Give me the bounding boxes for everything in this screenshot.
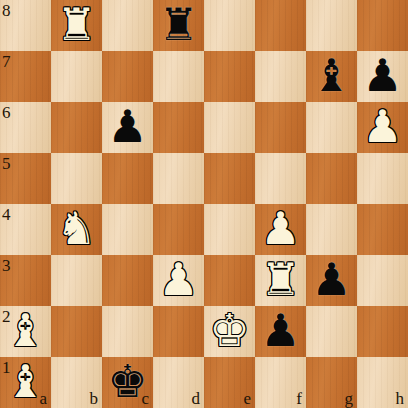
square-a4[interactable]: 4 [0,204,51,255]
file-label-e: e [243,390,251,407]
square-f3[interactable]: ♜ [255,255,306,306]
square-b4[interactable]: ♞ [51,204,102,255]
file-label-g: g [345,390,354,407]
square-f8[interactable] [255,0,306,51]
piece-black-pawn[interactable]: ♟ [306,254,357,305]
square-h4[interactable] [357,204,408,255]
square-f2[interactable]: ♟ [255,306,306,357]
square-d1[interactable]: d [153,357,204,408]
file-label-b: b [90,390,99,407]
square-g3[interactable]: ♟ [306,255,357,306]
square-b3[interactable] [51,255,102,306]
square-c1[interactable]: c♚ [102,357,153,408]
square-g1[interactable]: g [306,357,357,408]
piece-white-bishop[interactable]: ♝ [0,305,51,356]
square-f6[interactable] [255,102,306,153]
file-label-f: f [296,390,302,407]
piece-black-bishop[interactable]: ♝ [306,50,357,101]
square-h3[interactable] [357,255,408,306]
chess-board: 8♜♜7♝♟6♟♟54♞♟3♟♜♟2♝♚♟1a♝bc♚defgh [0,0,408,408]
piece-black-pawn[interactable]: ♟ [102,101,153,152]
rank-label-4: 4 [2,206,11,223]
piece-white-knight[interactable]: ♞ [51,203,102,254]
piece-white-pawn[interactable]: ♟ [255,203,306,254]
piece-black-king[interactable]: ♚ [102,356,153,407]
rank-label-7: 7 [2,53,11,70]
chess-diagram: 8♜♜7♝♟6♟♟54♞♟3♟♜♟2♝♚♟1a♝bc♚defgh [0,0,408,408]
square-b8[interactable]: ♜ [51,0,102,51]
square-g6[interactable] [306,102,357,153]
square-b2[interactable] [51,306,102,357]
square-g2[interactable] [306,306,357,357]
square-c2[interactable] [102,306,153,357]
square-c4[interactable] [102,204,153,255]
square-b7[interactable] [51,51,102,102]
piece-white-rook[interactable]: ♜ [51,0,102,50]
piece-white-pawn[interactable]: ♟ [357,101,408,152]
piece-black-rook[interactable]: ♜ [153,0,204,50]
square-f4[interactable]: ♟ [255,204,306,255]
file-label-d: d [192,390,201,407]
piece-white-rook[interactable]: ♜ [255,254,306,305]
piece-black-pawn[interactable]: ♟ [357,50,408,101]
square-f7[interactable] [255,51,306,102]
file-label-h: h [396,390,405,407]
square-d4[interactable] [153,204,204,255]
square-d5[interactable] [153,153,204,204]
square-a3[interactable]: 3 [0,255,51,306]
piece-black-pawn[interactable]: ♟ [255,305,306,356]
square-g7[interactable]: ♝ [306,51,357,102]
square-e6[interactable] [204,102,255,153]
square-c6[interactable]: ♟ [102,102,153,153]
square-g4[interactable] [306,204,357,255]
square-e7[interactable] [204,51,255,102]
square-h7[interactable]: ♟ [357,51,408,102]
square-h5[interactable] [357,153,408,204]
square-d3[interactable]: ♟ [153,255,204,306]
square-g5[interactable] [306,153,357,204]
square-a5[interactable]: 5 [0,153,51,204]
square-d7[interactable] [153,51,204,102]
piece-white-bishop[interactable]: ♝ [0,356,51,407]
piece-white-pawn[interactable]: ♟ [153,254,204,305]
square-b1[interactable]: b [51,357,102,408]
square-e3[interactable] [204,255,255,306]
square-a6[interactable]: 6 [0,102,51,153]
square-b6[interactable] [51,102,102,153]
square-e2[interactable]: ♚ [204,306,255,357]
square-c7[interactable] [102,51,153,102]
square-c8[interactable] [102,0,153,51]
square-e5[interactable] [204,153,255,204]
square-a8[interactable]: 8 [0,0,51,51]
square-e4[interactable] [204,204,255,255]
square-d6[interactable] [153,102,204,153]
square-a7[interactable]: 7 [0,51,51,102]
square-a1[interactable]: 1a♝ [0,357,51,408]
rank-label-5: 5 [2,155,11,172]
square-d8[interactable]: ♜ [153,0,204,51]
square-b5[interactable] [51,153,102,204]
rank-label-3: 3 [2,257,11,274]
square-f1[interactable]: f [255,357,306,408]
square-d2[interactable] [153,306,204,357]
square-h2[interactable] [357,306,408,357]
square-c3[interactable] [102,255,153,306]
square-a2[interactable]: 2♝ [0,306,51,357]
rank-label-8: 8 [2,2,11,19]
rank-label-6: 6 [2,104,11,121]
square-c5[interactable] [102,153,153,204]
square-g8[interactable] [306,0,357,51]
square-h1[interactable]: h [357,357,408,408]
square-h8[interactable] [357,0,408,51]
square-e8[interactable] [204,0,255,51]
square-h6[interactable]: ♟ [357,102,408,153]
square-f5[interactable] [255,153,306,204]
square-e1[interactable]: e [204,357,255,408]
piece-white-king[interactable]: ♚ [204,305,255,356]
